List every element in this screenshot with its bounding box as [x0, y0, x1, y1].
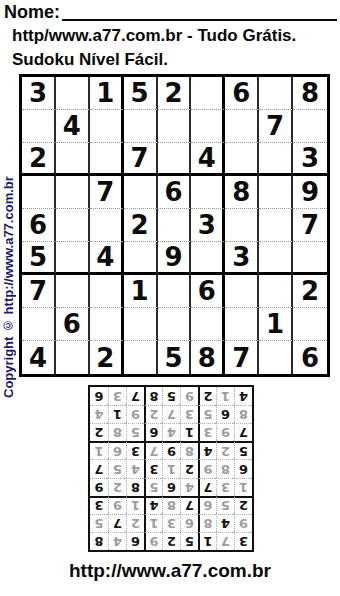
puzzle-cell-r2c7 [225, 110, 259, 143]
puzzle-cell-r7c7 [225, 275, 259, 308]
solution-cell-r5c8: 5 [108, 459, 126, 477]
solution-cell-r6c1: 5 [234, 441, 252, 459]
puzzle-cell-r2c6 [191, 110, 225, 143]
site-title: http/www.a77.com.br - Tudo Grátis. [12, 26, 337, 46]
solution-cell-r5c7: 4 [126, 459, 144, 477]
puzzle-cell-r8c5 [158, 308, 192, 341]
puzzle-cell-r9c2 [56, 341, 90, 374]
puzzle-cell-r5c9: 7 [293, 209, 327, 242]
solution-cell-r1c3: 1 [198, 532, 216, 550]
puzzle-cell-r3c4: 7 [124, 143, 158, 176]
solution-cell-r1c8: 4 [108, 532, 126, 550]
solution-cell-r5c6: 3 [144, 459, 162, 477]
solution-cell-r1c7: 6 [126, 532, 144, 550]
puzzle-cell-r4c8 [259, 176, 293, 209]
solution-cell-r1c4: 5 [180, 532, 198, 550]
puzzle-cell-r9c3: 2 [90, 341, 124, 374]
puzzle-cell-r3c8 [259, 143, 293, 176]
solution-cell-r9c8: 3 [108, 387, 126, 405]
solution-cell-r9c2: 1 [216, 387, 234, 405]
solution-cell-r2c1: 9 [234, 514, 252, 532]
solution-cell-r1c2: 7 [216, 532, 234, 550]
solution-cell-r9c5: 5 [162, 387, 180, 405]
solution-cell-r7c4: 1 [180, 423, 198, 441]
puzzle-cell-r8c7 [225, 308, 259, 341]
solution-cell-r9c9: 6 [90, 387, 108, 405]
puzzle-cell-r4c2 [56, 176, 90, 209]
solution-cell-r3c2: 5 [216, 496, 234, 514]
solution-cell-r4c6: 5 [144, 478, 162, 496]
puzzle-cell-r4c3: 7 [90, 176, 124, 209]
solution-cell-r5c4: 2 [180, 459, 198, 477]
solution-cell-r8c1: 8 [234, 405, 252, 423]
solution-cell-r6c7: 3 [126, 441, 144, 459]
solution-cell-r8c2: 6 [216, 405, 234, 423]
puzzle-cell-r6c8 [259, 242, 293, 275]
solution-cell-r4c8: 2 [108, 478, 126, 496]
puzzle-cell-r4c1 [22, 176, 56, 209]
puzzle-cell-r3c1: 2 [22, 143, 56, 176]
solution-cell-r3c7: 1 [126, 496, 144, 514]
puzzle-cell-r2c4 [124, 110, 158, 143]
solution-cell-r3c4: 7 [180, 496, 198, 514]
solution-cell-r4c3: 7 [198, 478, 216, 496]
solution-cell-r6c4: 8 [180, 441, 198, 459]
puzzle-cell-r1c1: 3 [22, 77, 56, 110]
puzzle-cell-r8c6 [191, 308, 225, 341]
solution-cell-r3c1: 2 [234, 496, 252, 514]
puzzle-cell-r7c5 [158, 275, 192, 308]
solution-cell-r9c4: 9 [180, 387, 198, 405]
puzzle-cell-r5c6: 3 [191, 209, 225, 242]
puzzle-subtitle: Sudoku Nível Fácil. [12, 50, 337, 70]
puzzle-cell-r6c9 [293, 242, 327, 275]
solution-cell-r8c9: 4 [90, 405, 108, 423]
puzzle-cell-r7c4: 1 [124, 275, 158, 308]
puzzle-cell-r4c6 [191, 176, 225, 209]
solution-cell-r3c5: 8 [162, 496, 180, 514]
puzzle-cell-r9c5: 5 [158, 341, 192, 374]
puzzle-cell-r5c8 [259, 209, 293, 242]
puzzle-cell-r5c5 [158, 209, 192, 242]
puzzle-cell-r8c2: 6 [56, 308, 90, 341]
puzzle-cell-r6c5: 9 [158, 242, 192, 275]
puzzle-cell-r5c2 [56, 209, 90, 242]
puzzle-cell-r8c1 [22, 308, 56, 341]
puzzle-cell-r5c3 [90, 209, 124, 242]
puzzle-cell-r1c4: 5 [124, 77, 158, 110]
solution-cell-r7c7: 5 [126, 423, 144, 441]
puzzle-cell-r9c4 [124, 341, 158, 374]
puzzle-cell-r8c3 [90, 308, 124, 341]
solution-cell-r5c2: 8 [216, 459, 234, 477]
puzzle-cell-r3c7 [225, 143, 259, 176]
puzzle-cell-r6c6 [191, 242, 225, 275]
name-row: Nome: [4, 2, 337, 23]
solution-cell-r2c3: 8 [198, 514, 216, 532]
puzzle-cell-r6c4 [124, 242, 158, 275]
solution-cell-r7c9: 2 [90, 423, 108, 441]
solution-cell-r1c1: 3 [234, 532, 252, 550]
solution-cell-r7c2: 9 [216, 423, 234, 441]
solution-cell-r3c6: 4 [144, 496, 162, 514]
solution-cell-r4c4: 4 [180, 478, 198, 496]
puzzle-cell-r3c6: 4 [191, 143, 225, 176]
puzzle-cell-r9c6: 8 [191, 341, 225, 374]
puzzle-cell-r4c5: 6 [158, 176, 192, 209]
solution-cell-r5c5: 1 [162, 459, 180, 477]
solution-cell-r3c8: 9 [108, 496, 126, 514]
solution-cell-r5c3: 9 [198, 459, 216, 477]
solution-cell-r8c5: 7 [162, 405, 180, 423]
puzzle-cell-r2c9 [293, 110, 327, 143]
solution-cell-r2c7: 2 [126, 514, 144, 532]
puzzle-cell-r7c8 [259, 275, 293, 308]
puzzle-cell-r1c8 [259, 77, 293, 110]
solution-cell-r3c9: 3 [90, 496, 108, 514]
sudoku-solution-grid-upside-down: 3715296489486312752567841931374658296892… [88, 385, 254, 552]
solution-cell-r6c8: 6 [108, 441, 126, 459]
puzzle-cell-r2c3 [90, 110, 124, 143]
solution-cell-r6c9: 1 [90, 441, 108, 459]
puzzle-cell-r1c3: 1 [90, 77, 124, 110]
solution-cell-r7c5: 4 [162, 423, 180, 441]
puzzle-cell-r7c3 [90, 275, 124, 308]
solution-cell-r1c5: 2 [162, 532, 180, 550]
puzzle-cell-r1c9: 8 [293, 77, 327, 110]
puzzle-cell-r4c7: 8 [225, 176, 259, 209]
puzzle-cell-r2c5 [158, 110, 192, 143]
puzzle-cell-r4c4 [124, 176, 158, 209]
puzzle-cell-r9c1: 4 [22, 341, 56, 374]
puzzle-cell-r2c2: 4 [56, 110, 90, 143]
puzzle-cell-r1c2 [56, 77, 90, 110]
solution-cell-r6c5: 9 [162, 441, 180, 459]
puzzle-cell-r1c7: 6 [225, 77, 259, 110]
solution-cell-r2c8: 7 [108, 514, 126, 532]
solution-cell-r6c6: 7 [144, 441, 162, 459]
footer-url: http://www.a77.com.br [0, 560, 340, 582]
puzzle-cell-r1c6 [191, 77, 225, 110]
puzzle-cell-r3c9: 3 [293, 143, 327, 176]
solution-cell-r6c3: 4 [198, 441, 216, 459]
solution-cell-r7c8: 8 [108, 423, 126, 441]
puzzle-cell-r3c2 [56, 143, 90, 176]
solution-cell-r3c3: 6 [198, 496, 216, 514]
solution-cell-r4c2: 3 [216, 478, 234, 496]
puzzle-cell-r8c4 [124, 308, 158, 341]
solution-cell-r4c5: 6 [162, 478, 180, 496]
solution-cell-r5c9: 7 [90, 459, 108, 477]
name-label: Nome: [4, 2, 60, 23]
solution-cell-r2c9: 5 [90, 514, 108, 532]
solution-cell-r2c2: 4 [216, 514, 234, 532]
puzzle-cell-r1c5: 2 [158, 77, 192, 110]
solution-cell-r9c7: 7 [126, 387, 144, 405]
puzzle-cell-r3c3 [90, 143, 124, 176]
puzzle-cell-r5c1: 6 [22, 209, 56, 242]
puzzle-cell-r8c9 [293, 308, 327, 341]
solution-cell-r4c7: 8 [126, 478, 144, 496]
solution-cell-r8c6: 2 [144, 405, 162, 423]
puzzle-cell-r6c1: 5 [22, 242, 56, 275]
solution-cell-r4c1: 1 [234, 478, 252, 496]
puzzle-cell-r2c8: 7 [259, 110, 293, 143]
solution-cell-r5c1: 6 [234, 459, 252, 477]
puzzle-cell-r7c2 [56, 275, 90, 308]
page-header: Nome: http/www.a77.com.br - Tudo Grátis.… [4, 2, 337, 70]
solution-cell-r1c9: 8 [90, 532, 108, 550]
solution-cell-r8c8: 1 [108, 405, 126, 423]
solution-cell-r8c7: 9 [126, 405, 144, 423]
solution-cell-r7c6: 6 [144, 423, 162, 441]
copyright-vertical-text: Copyright © http://www.a77.com.br [0, 126, 16, 448]
solution-cell-r4c9: 9 [90, 478, 108, 496]
solution-cell-r6c2: 2 [216, 441, 234, 459]
puzzle-cell-r7c1: 7 [22, 275, 56, 308]
puzzle-cell-r5c4: 2 [124, 209, 158, 242]
puzzle-cell-r3c5 [158, 143, 192, 176]
puzzle-cell-r4c9: 9 [293, 176, 327, 209]
puzzle-cell-r9c7: 7 [225, 341, 259, 374]
puzzle-cell-r7c6: 6 [191, 275, 225, 308]
solution-cell-r2c6: 1 [144, 514, 162, 532]
solution-cell-r8c4: 3 [180, 405, 198, 423]
solution-cell-r1c6: 9 [144, 532, 162, 550]
puzzle-cell-r5c7 [225, 209, 259, 242]
solution-cell-r7c1: 7 [234, 423, 252, 441]
solution-cell-r7c3: 3 [198, 423, 216, 441]
puzzle-cell-r7c9: 2 [293, 275, 327, 308]
solution-cell-r9c3: 2 [198, 387, 216, 405]
solution-cell-r2c4: 6 [180, 514, 198, 532]
solution-cell-r2c5: 3 [162, 514, 180, 532]
puzzle-cell-r6c2 [56, 242, 90, 275]
solution-cell-r9c6: 8 [144, 387, 162, 405]
solution-cell-r9c1: 4 [234, 387, 252, 405]
puzzle-cell-r8c8: 1 [259, 308, 293, 341]
puzzle-cell-r6c3: 4 [90, 242, 124, 275]
sudoku-puzzle-grid: 315268472743768962375493716261425876 [19, 74, 330, 377]
name-underline [62, 18, 337, 21]
puzzle-cell-r6c7: 3 [225, 242, 259, 275]
solution-cell-r8c3: 5 [198, 405, 216, 423]
puzzle-cell-r2c1 [22, 110, 56, 143]
puzzle-cell-r9c8 [259, 341, 293, 374]
puzzle-cell-r9c9: 6 [293, 341, 327, 374]
